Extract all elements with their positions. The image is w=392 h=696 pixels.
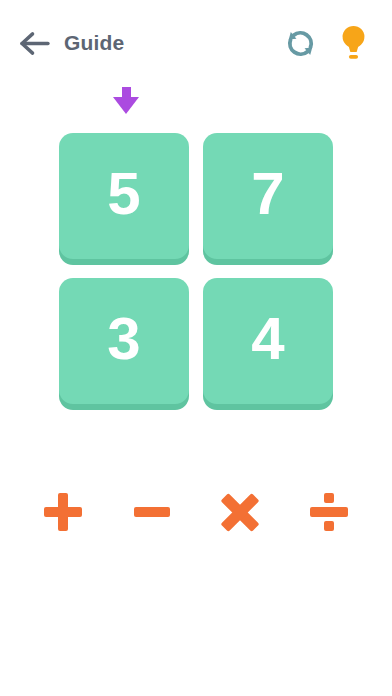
tile-value: 4 (251, 309, 284, 373)
hint-button[interactable] (339, 24, 368, 62)
add-button[interactable] (40, 489, 86, 535)
tile[interactable]: 7 (203, 133, 333, 259)
minus-icon (134, 507, 170, 517)
tile[interactable]: 5 (59, 133, 189, 259)
back-arrow-icon (18, 31, 51, 56)
tile[interactable]: 4 (203, 278, 333, 404)
operator-bar (40, 489, 352, 535)
refresh-icon (284, 25, 317, 62)
header-left: Guide (18, 31, 125, 56)
header-right (284, 24, 368, 62)
tile-value: 3 (107, 309, 140, 373)
subtract-button[interactable] (129, 489, 175, 535)
tile[interactable]: 3 (59, 278, 189, 404)
down-arrow-icon (112, 87, 140, 114)
divide-button[interactable] (306, 489, 352, 535)
back-button[interactable] (18, 31, 51, 56)
tile-value: 7 (251, 164, 284, 228)
divide-icon (310, 493, 348, 531)
plus-icon (44, 493, 82, 531)
guide-screen: Guide (0, 0, 392, 696)
tile-grid: 5 7 3 4 (59, 133, 333, 404)
refresh-button[interactable] (284, 25, 317, 62)
header: Guide (18, 22, 368, 64)
page-title: Guide (64, 31, 125, 55)
times-icon (220, 492, 260, 532)
lightbulb-icon (339, 24, 368, 62)
tile-value: 5 (107, 164, 140, 228)
multiply-button[interactable] (217, 489, 263, 535)
